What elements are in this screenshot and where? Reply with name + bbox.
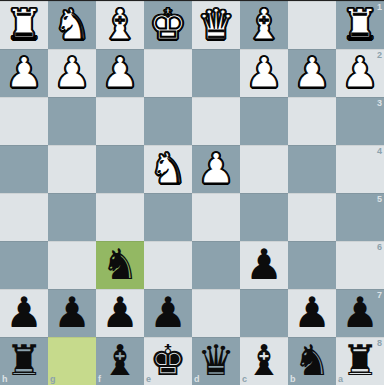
white-bishop[interactable]: ♝ (240, 1, 288, 49)
chess-board[interactable]: ♜♞♝♚♛♝♜1♟♟♟♟♟♟23♞♟45♞♟6♟♟♟♟♟♟7♜hg♝f♚e♛d♝… (0, 1, 384, 385)
square-c3[interactable] (240, 97, 288, 145)
black-pawn[interactable]: ♟ (240, 241, 288, 289)
square-e8[interactable]: ♚e (144, 337, 192, 385)
white-pawn[interactable]: ♟ (48, 49, 96, 97)
square-a1[interactable]: ♜1 (336, 1, 384, 49)
square-a7[interactable]: ♟7 (336, 289, 384, 337)
black-rook[interactable]: ♜ (0, 337, 48, 385)
square-d2[interactable] (192, 49, 240, 97)
square-h5[interactable] (0, 193, 48, 241)
square-f8[interactable]: ♝f (96, 337, 144, 385)
white-bishop[interactable]: ♝ (96, 1, 144, 49)
square-g5[interactable] (48, 193, 96, 241)
square-b4[interactable] (288, 145, 336, 193)
square-e4[interactable]: ♞ (144, 145, 192, 193)
square-e7[interactable]: ♟ (144, 289, 192, 337)
square-h7[interactable]: ♟ (0, 289, 48, 337)
square-a3[interactable]: 3 (336, 97, 384, 145)
square-h6[interactable] (0, 241, 48, 289)
rank-label-4: 4 (377, 146, 382, 156)
square-c6[interactable]: ♟ (240, 241, 288, 289)
black-pawn[interactable]: ♟ (48, 289, 96, 337)
file-label-g: g (50, 374, 56, 384)
square-g8[interactable]: g (48, 337, 96, 385)
white-pawn[interactable]: ♟ (0, 49, 48, 97)
square-f2[interactable]: ♟ (96, 49, 144, 97)
square-g4[interactable] (48, 145, 96, 193)
square-c1[interactable]: ♝ (240, 1, 288, 49)
square-b8[interactable]: ♞b (288, 337, 336, 385)
square-c4[interactable] (240, 145, 288, 193)
black-pawn[interactable]: ♟ (144, 289, 192, 337)
square-h4[interactable] (0, 145, 48, 193)
square-d5[interactable] (192, 193, 240, 241)
square-c2[interactable]: ♟ (240, 49, 288, 97)
white-pawn[interactable]: ♟ (336, 49, 384, 97)
black-bishop[interactable]: ♝ (96, 337, 144, 385)
white-rook[interactable]: ♜ (0, 1, 48, 49)
square-h3[interactable] (0, 97, 48, 145)
white-pawn[interactable]: ♟ (288, 49, 336, 97)
square-d6[interactable] (192, 241, 240, 289)
square-g6[interactable] (48, 241, 96, 289)
square-e5[interactable] (144, 193, 192, 241)
white-knight[interactable]: ♞ (144, 145, 192, 193)
black-rook[interactable]: ♜ (336, 337, 384, 385)
square-c7[interactable] (240, 289, 288, 337)
black-pawn[interactable]: ♟ (336, 289, 384, 337)
square-f5[interactable] (96, 193, 144, 241)
square-a6[interactable]: 6 (336, 241, 384, 289)
black-pawn[interactable]: ♟ (96, 289, 144, 337)
rank-label-3: 3 (377, 98, 382, 108)
rank-label-5: 5 (377, 194, 382, 204)
square-d8[interactable]: ♛d (192, 337, 240, 385)
square-f3[interactable] (96, 97, 144, 145)
white-knight[interactable]: ♞ (48, 1, 96, 49)
square-e1[interactable]: ♚ (144, 1, 192, 49)
black-pawn[interactable]: ♟ (0, 289, 48, 337)
square-h8[interactable]: ♜h (0, 337, 48, 385)
square-g2[interactable]: ♟ (48, 49, 96, 97)
white-pawn[interactable]: ♟ (192, 145, 240, 193)
square-g1[interactable]: ♞ (48, 1, 96, 49)
square-a4[interactable]: 4 (336, 145, 384, 193)
white-pawn[interactable]: ♟ (96, 49, 144, 97)
chess-board-wrap: ♜♞♝♚♛♝♜1♟♟♟♟♟♟23♞♟45♞♟6♟♟♟♟♟♟7♜hg♝f♚e♛d♝… (0, 0, 384, 385)
square-d7[interactable] (192, 289, 240, 337)
square-h2[interactable]: ♟ (0, 49, 48, 97)
square-b3[interactable] (288, 97, 336, 145)
square-b2[interactable]: ♟ (288, 49, 336, 97)
square-b7[interactable]: ♟ (288, 289, 336, 337)
square-f7[interactable]: ♟ (96, 289, 144, 337)
black-bishop[interactable]: ♝ (240, 337, 288, 385)
square-a8[interactable]: ♜8a (336, 337, 384, 385)
square-a5[interactable]: 5 (336, 193, 384, 241)
black-king[interactable]: ♚ (144, 337, 192, 385)
rank-label-6: 6 (377, 242, 382, 252)
white-king[interactable]: ♚ (144, 1, 192, 49)
white-pawn[interactable]: ♟ (240, 49, 288, 97)
square-g7[interactable]: ♟ (48, 289, 96, 337)
black-queen[interactable]: ♛ (192, 337, 240, 385)
black-pawn[interactable]: ♟ (288, 289, 336, 337)
square-d1[interactable]: ♛ (192, 1, 240, 49)
square-d3[interactable] (192, 97, 240, 145)
square-c5[interactable] (240, 193, 288, 241)
square-f4[interactable] (96, 145, 144, 193)
square-a2[interactable]: ♟2 (336, 49, 384, 97)
square-g3[interactable] (48, 97, 96, 145)
square-d4[interactable]: ♟ (192, 145, 240, 193)
square-b6[interactable] (288, 241, 336, 289)
white-queen[interactable]: ♛ (192, 1, 240, 49)
white-rook[interactable]: ♜ (336, 1, 384, 49)
black-knight[interactable]: ♞ (288, 337, 336, 385)
square-h1[interactable]: ♜ (0, 1, 48, 49)
square-e6[interactable] (144, 241, 192, 289)
square-e2[interactable] (144, 49, 192, 97)
square-f6[interactable]: ♞ (96, 241, 144, 289)
square-f1[interactable]: ♝ (96, 1, 144, 49)
square-c8[interactable]: ♝c (240, 337, 288, 385)
square-b1[interactable] (288, 1, 336, 49)
black-knight[interactable]: ♞ (96, 241, 144, 289)
square-e3[interactable] (144, 97, 192, 145)
square-b5[interactable] (288, 193, 336, 241)
